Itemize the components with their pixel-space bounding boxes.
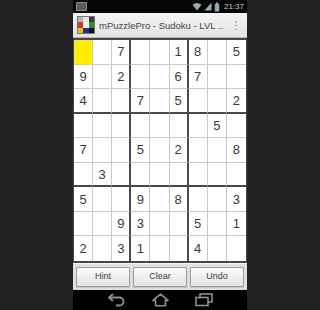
cell-r8c1[interactable] xyxy=(74,212,93,237)
cell-r9c2[interactable] xyxy=(93,236,112,261)
cell-r4c5[interactable] xyxy=(150,114,169,139)
cell-r3c4[interactable]: 7 xyxy=(131,89,150,114)
cell-r1c9[interactable]: 5 xyxy=(227,40,246,65)
overflow-menu-icon[interactable]: ⋮ xyxy=(229,13,243,38)
status-bar-right: 21:37 xyxy=(192,0,244,13)
cell-r2c4[interactable] xyxy=(131,65,150,90)
recents-button[interactable] xyxy=(189,290,219,310)
cell-r3c7[interactable] xyxy=(189,89,208,114)
cell-r5c7[interactable] xyxy=(189,138,208,163)
status-bar: 21:37 xyxy=(73,0,247,13)
clear-button[interactable]: Clear xyxy=(133,267,187,287)
cell-r5c5[interactable] xyxy=(150,138,169,163)
cell-r5c1[interactable]: 7 xyxy=(74,138,93,163)
cell-r1c6[interactable]: 1 xyxy=(170,40,189,65)
cell-r8c2[interactable] xyxy=(93,212,112,237)
back-button[interactable] xyxy=(101,290,131,310)
cell-r2c8[interactable] xyxy=(208,65,227,90)
cell-r9c3[interactable]: 3 xyxy=(112,236,131,261)
cell-r3c9[interactable]: 2 xyxy=(227,89,246,114)
cell-r6c5[interactable] xyxy=(150,163,169,188)
home-button[interactable] xyxy=(145,290,175,310)
cell-r2c6[interactable]: 6 xyxy=(170,65,189,90)
cell-r3c6[interactable]: 5 xyxy=(170,89,189,114)
cell-r6c3[interactable] xyxy=(112,163,131,188)
cell-r8c4[interactable]: 3 xyxy=(131,212,150,237)
cell-r7c9[interactable]: 3 xyxy=(227,187,246,212)
cell-r2c1[interactable]: 9 xyxy=(74,65,93,90)
cell-r7c5[interactable] xyxy=(150,187,169,212)
cell-r1c7[interactable]: 8 xyxy=(189,40,208,65)
cell-r7c7[interactable] xyxy=(189,187,208,212)
cell-r3c5[interactable] xyxy=(150,89,169,114)
cell-r5c8[interactable] xyxy=(208,138,227,163)
battery-icon xyxy=(214,2,220,12)
cell-r8c7[interactable]: 5 xyxy=(189,212,208,237)
cell-r2c7[interactable]: 7 xyxy=(189,65,208,90)
status-time: 21:37 xyxy=(224,0,244,13)
cell-r6c7[interactable] xyxy=(189,163,208,188)
navigation-bar xyxy=(73,290,247,310)
notification-icon xyxy=(76,2,87,11)
cell-r2c5[interactable] xyxy=(150,65,169,90)
signal-icon xyxy=(204,2,212,11)
button-bar: Hint Clear Undo xyxy=(73,263,247,290)
cell-r3c1[interactable]: 4 xyxy=(74,89,93,114)
cell-r8c3[interactable]: 9 xyxy=(112,212,131,237)
cell-r7c8[interactable] xyxy=(208,187,227,212)
cell-r4c6[interactable] xyxy=(170,114,189,139)
cell-r4c8[interactable]: 5 xyxy=(208,114,227,139)
cell-r4c2[interactable] xyxy=(93,114,112,139)
cell-r8c8[interactable] xyxy=(208,212,227,237)
cell-r4c3[interactable] xyxy=(112,114,131,139)
cell-r9c1[interactable]: 2 xyxy=(74,236,93,261)
wifi-icon xyxy=(192,2,202,11)
cell-r6c2[interactable]: 3 xyxy=(93,163,112,188)
cell-r3c3[interactable] xyxy=(112,89,131,114)
status-bar-left xyxy=(76,2,87,11)
cell-r9c7[interactable]: 4 xyxy=(189,236,208,261)
cell-r1c8[interactable] xyxy=(208,40,227,65)
sudoku-board: 718592674752575283598393512314 xyxy=(73,38,247,263)
cell-r9c4[interactable]: 1 xyxy=(131,236,150,261)
cell-r7c3[interactable] xyxy=(112,187,131,212)
cell-r7c1[interactable]: 5 xyxy=(74,187,93,212)
undo-button[interactable]: Undo xyxy=(190,267,244,287)
cell-r6c9[interactable] xyxy=(227,163,246,188)
cell-r4c4[interactable] xyxy=(131,114,150,139)
cell-r6c1[interactable] xyxy=(74,163,93,188)
cell-r1c5[interactable] xyxy=(150,40,169,65)
cell-r2c9[interactable] xyxy=(227,65,246,90)
cell-r6c8[interactable] xyxy=(208,163,227,188)
cell-r2c3[interactable]: 2 xyxy=(112,65,131,90)
screen: 21:37 mPuzzlePro - Sudoku - LVL .. ⋮ 718… xyxy=(73,0,247,310)
recents-icon xyxy=(195,293,213,307)
cell-r1c4[interactable] xyxy=(131,40,150,65)
cell-r5c6[interactable]: 2 xyxy=(170,138,189,163)
cell-r8c6[interactable] xyxy=(170,212,189,237)
cell-r4c7[interactable] xyxy=(189,114,208,139)
cell-r6c6[interactable] xyxy=(170,163,189,188)
cell-r1c1[interactable] xyxy=(74,40,93,65)
cell-r4c9[interactable] xyxy=(227,114,246,139)
cell-r5c9[interactable]: 8 xyxy=(227,138,246,163)
cell-r9c5[interactable] xyxy=(150,236,169,261)
cell-r4c1[interactable] xyxy=(74,114,93,139)
app-icon xyxy=(77,16,95,34)
cell-r7c6[interactable]: 8 xyxy=(170,187,189,212)
cell-r3c8[interactable] xyxy=(208,89,227,114)
cell-r9c8[interactable] xyxy=(208,236,227,261)
cell-r5c3[interactable] xyxy=(112,138,131,163)
home-icon xyxy=(152,293,169,307)
app-title: mPuzzlePro - Sudoku - LVL .. xyxy=(99,20,229,31)
cell-r8c5[interactable] xyxy=(150,212,169,237)
cell-r2c2[interactable] xyxy=(93,65,112,90)
cell-r5c4[interactable]: 5 xyxy=(131,138,150,163)
cell-r3c2[interactable] xyxy=(93,89,112,114)
cell-r8c9[interactable]: 1 xyxy=(227,212,246,237)
cell-r1c3[interactable]: 7 xyxy=(112,40,131,65)
cell-r9c6[interactable] xyxy=(170,236,189,261)
cell-r6c4[interactable] xyxy=(131,163,150,188)
cell-r7c2[interactable] xyxy=(93,187,112,212)
cell-r7c4[interactable]: 9 xyxy=(131,187,150,212)
back-icon xyxy=(106,293,127,307)
hint-button[interactable]: Hint xyxy=(76,267,130,287)
cell-r5c2[interactable] xyxy=(93,138,112,163)
cell-r1c2[interactable] xyxy=(93,40,112,65)
cell-r9c9[interactable] xyxy=(227,236,246,261)
action-bar: mPuzzlePro - Sudoku - LVL .. ⋮ xyxy=(73,13,247,38)
